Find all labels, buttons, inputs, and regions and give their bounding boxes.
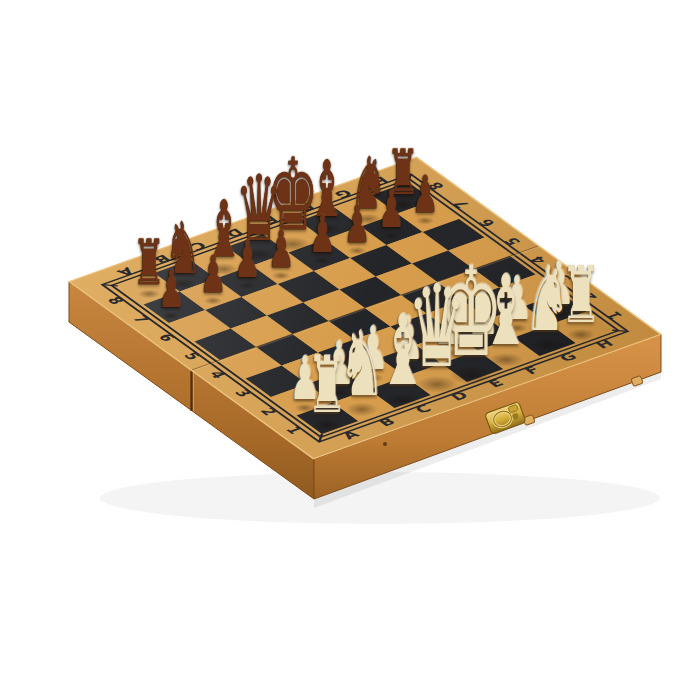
black-pawn[interactable]: ♟ (234, 234, 261, 285)
black-pawn[interactable]: ♟ (309, 209, 336, 260)
white-rook[interactable]: ♜ (307, 346, 348, 424)
black-pawn[interactable]: ♟ (412, 169, 439, 220)
black-pawn[interactable]: ♟ (378, 184, 405, 235)
black-pawn[interactable]: ♟ (268, 224, 295, 275)
black-pawn[interactable]: ♟ (158, 264, 185, 315)
wood-knot (383, 442, 387, 446)
product-photo: AABBCCDDEEFFGGHH8877665544332211 ♜♞♝♛♚♝♞… (0, 0, 700, 700)
black-pawn[interactable]: ♟ (343, 199, 370, 250)
black-pawn[interactable]: ♟ (199, 249, 226, 300)
